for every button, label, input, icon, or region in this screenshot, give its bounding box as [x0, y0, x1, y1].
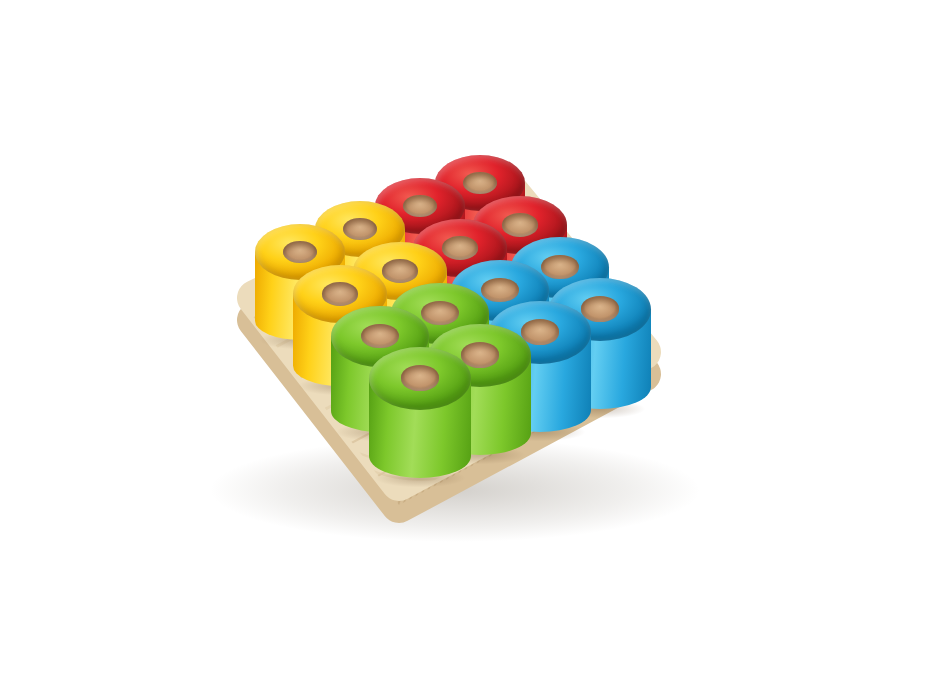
- cylinder-top-face: [369, 347, 471, 410]
- cylinder-peg-hole: [502, 213, 538, 236]
- cylinder-peg-hole: [442, 236, 478, 259]
- cylinder-peg-hole: [361, 324, 398, 348]
- product-photo-scene: [0, 0, 928, 686]
- cylinder-peg-hole: [283, 241, 317, 263]
- cylinder-peg-hole: [322, 282, 358, 305]
- cylinder-peg-hole: [382, 259, 418, 282]
- cylinder-peg-hole: [403, 195, 437, 217]
- cylinder-pieces-layer: [0, 0, 928, 686]
- cylinder-peg-hole: [463, 172, 497, 194]
- cylinder-peg-hole: [343, 218, 377, 240]
- cylinder-green-r3c0[interactable]: [369, 347, 471, 493]
- cylinder-peg-hole: [401, 365, 440, 390]
